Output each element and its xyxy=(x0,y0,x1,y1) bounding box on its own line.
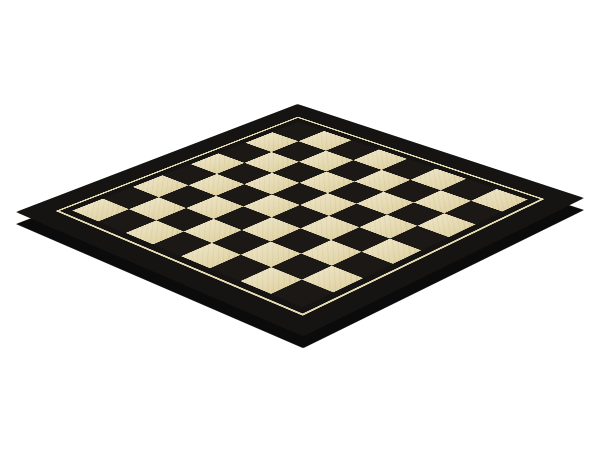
playing-field xyxy=(72,122,527,307)
product-photo-canvas xyxy=(0,0,600,450)
chess-board xyxy=(16,104,584,336)
board-top-wrap xyxy=(94,0,506,411)
